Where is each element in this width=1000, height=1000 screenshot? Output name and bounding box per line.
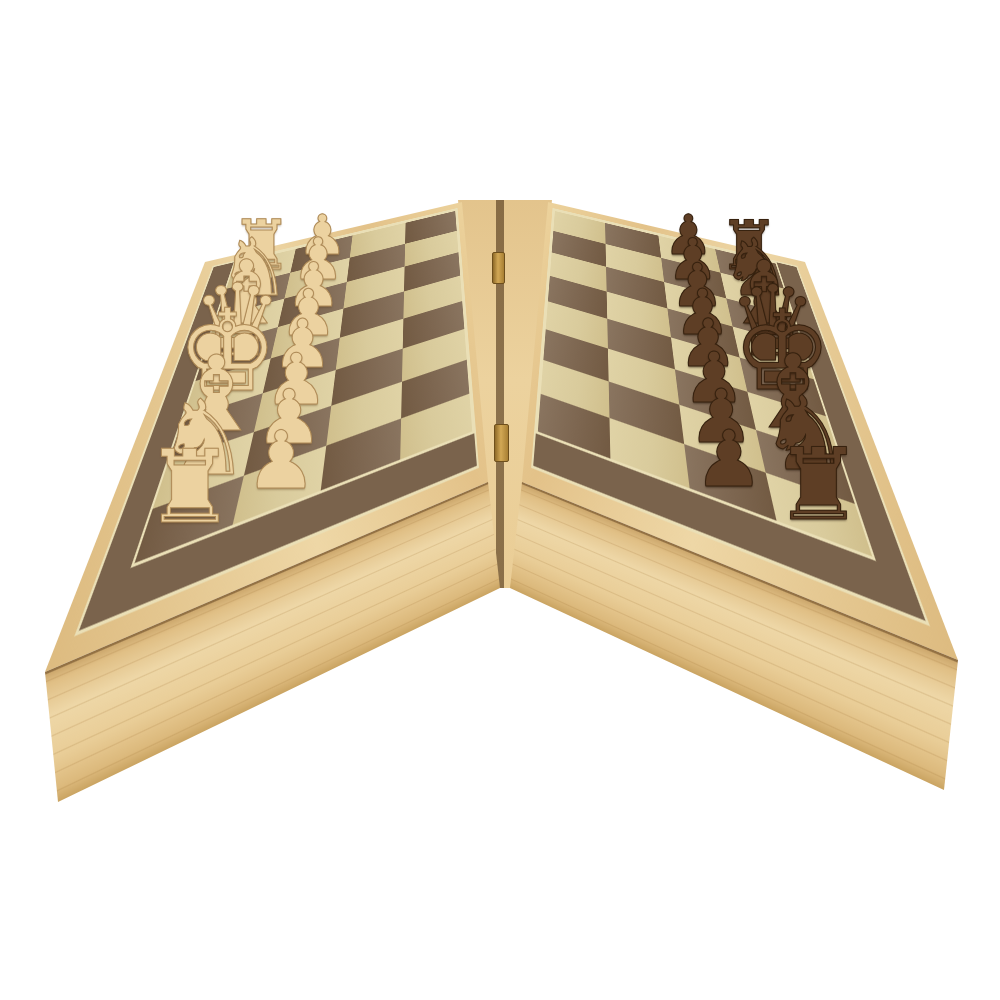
brass-hinge-bottom [494, 424, 509, 462]
product-photo: ♜♞♝♛♚♝♞♜♟♟♟♟♟♟♟♟♜♞♝♛♚♝♞♜♟♟♟♟♟♟♟♟ [0, 0, 1000, 1000]
brass-hinge-top [492, 252, 505, 284]
